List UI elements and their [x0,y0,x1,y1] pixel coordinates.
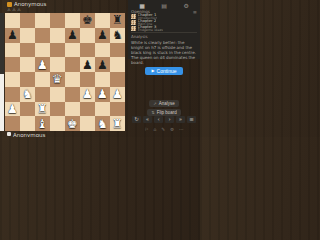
square-h6[interactable] [110,43,125,58]
square-f6[interactable] [80,43,95,58]
chess-board[interactable]: ♚♜♟♟♟♞♟♟♟♛♞♟♟♟♟♜♝♚♞♜ [5,13,125,131]
footer-toolbar: ⚐ ⌂ ✎ ⚙ ⋯ [128,127,200,132]
piece-white-king-e1[interactable]: ♚ [67,118,78,130]
square-g3[interactable]: ♟ [95,87,110,102]
piece-white-rook-c2[interactable]: ♜ [37,103,48,115]
continue-button-label: Continue [157,68,177,74]
tab-book-icon[interactable]: ▤ [161,2,167,9]
move-navigation: ↻ « ‹ › » ≡ [128,116,200,123]
square-g7[interactable]: ♟ [95,28,110,43]
square-e2[interactable] [65,102,80,117]
square-b7[interactable] [20,28,35,43]
piece-black-pawn-g7[interactable]: ♟ [97,29,108,41]
square-b8[interactable] [20,13,35,28]
piece-black-knight-h7[interactable]: ♞ [112,29,123,41]
square-h5[interactable] [110,57,125,72]
square-c2[interactable]: ♜ [35,102,50,117]
square-e4[interactable] [65,72,80,87]
edit-icon[interactable]: ✎ [161,127,165,132]
flip-icon: ⇅ [151,110,154,115]
square-f2[interactable] [80,102,95,117]
player-avatar-icon [7,132,11,136]
piece-black-pawn-a7[interactable]: ♟ [7,29,18,41]
piece-black-pawn-e7[interactable]: ♟ [67,29,78,41]
panel-tabs: ▦ ▤ ⚙ [131,1,197,9]
square-g8[interactable] [95,13,110,28]
square-b6[interactable] [20,43,35,58]
flip-board-label: Flip board [157,110,177,115]
prev-move-icon[interactable]: ‹ [154,116,163,123]
square-c4[interactable] [35,72,50,87]
square-b3[interactable]: ♞ [20,87,35,102]
square-h2[interactable] [110,102,125,117]
square-h1[interactable]: ♜ [110,116,125,131]
piece-white-pawn-h3[interactable]: ♟ [112,88,123,100]
square-g1[interactable]: ♞ [95,116,110,131]
tab-board-icon[interactable]: ▦ [139,2,145,9]
play-icon: ▶ [151,68,154,74]
square-h8[interactable]: ♜ [110,13,125,28]
square-h7[interactable]: ♞ [110,28,125,43]
square-e6[interactable] [65,43,80,58]
piece-white-pawn-g3[interactable]: ♟ [97,88,108,100]
replay-icon[interactable]: ↻ [132,116,141,123]
square-d8[interactable] [50,13,65,28]
square-b4[interactable] [20,72,35,87]
square-e7[interactable]: ♟ [65,28,80,43]
square-a3[interactable] [5,87,20,102]
square-d4[interactable]: ♛ [50,72,65,87]
square-f8[interactable]: ♚ [80,13,95,28]
list-item[interactable]: Chapter 3Endgame ideas [131,26,197,31]
square-g4[interactable] [95,72,110,87]
piece-black-pawn-f5[interactable]: ♟ [82,59,93,71]
piece-white-pawn-c5[interactable]: ♟ [37,59,48,71]
square-c7[interactable] [35,28,50,43]
first-move-icon[interactable]: « [143,116,152,123]
square-a8[interactable] [5,13,20,28]
square-b1[interactable] [20,116,35,131]
square-g6[interactable] [95,43,110,58]
square-b2[interactable] [20,102,35,117]
analysis-comment: White is clearly better: the knight on h… [131,40,197,65]
square-c1[interactable]: ♝ [35,116,50,131]
square-d6[interactable] [50,43,65,58]
bottom-player-bar: Anonymous [5,131,128,137]
flag-icon[interactable]: ⚐ [144,127,148,132]
last-move-icon[interactable]: » [176,116,185,123]
piece-white-knight-b3[interactable]: ♞ [22,88,33,100]
square-d5[interactable] [50,57,65,72]
chess-analysis-page: { "game": "chess", "position": { "fen": … [0,0,200,137]
square-e3[interactable] [65,87,80,102]
tab-settings-icon[interactable]: ⚙ [183,2,188,9]
square-a4[interactable] [5,72,20,87]
explorer-menu-icon[interactable]: ≡ [193,9,197,15]
piece-white-knight-g1[interactable]: ♞ [97,118,108,130]
player-flair-icon [7,2,12,7]
analyse-icon: ↗ [153,101,156,106]
piece-white-pawn-f3[interactable]: ♟ [82,88,93,100]
home-icon[interactable]: ⌂ [153,127,156,132]
piece-black-rook-h8[interactable]: ♜ [112,14,123,26]
action-buttons: ↗ Analyse ⇅ Flip board [128,100,200,116]
square-d3[interactable] [50,87,65,102]
square-h4[interactable] [110,72,125,87]
square-c5[interactable]: ♟ [35,57,50,72]
square-e1[interactable]: ♚ [65,116,80,131]
square-g5[interactable]: ♟ [95,57,110,72]
square-b5[interactable] [20,57,35,72]
square-f3[interactable]: ♟ [80,87,95,102]
mini-board-icon [131,20,136,25]
square-g2[interactable] [95,102,110,117]
side-panel: ▦ ▤ ⚙ Openings ≡ Chapter 1Introduction C… [128,0,200,59]
square-c8[interactable] [35,13,50,28]
next-move-icon[interactable]: › [165,116,174,123]
square-e8[interactable] [65,13,80,28]
square-h3[interactable]: ♟ [110,87,125,102]
square-a7[interactable]: ♟ [5,28,20,43]
square-c6[interactable] [35,43,50,58]
mini-board-icon [131,14,136,19]
square-f7[interactable] [80,28,95,43]
analyse-button[interactable]: ↗ Analyse [149,100,178,107]
piece-white-pawn-a2[interactable]: ♟ [7,103,18,115]
square-c3[interactable] [35,87,50,102]
square-d1[interactable] [50,116,65,131]
list-item-subtitle: Endgame ideas [138,29,163,33]
square-a6[interactable] [5,43,20,58]
comments-label: Analysis [131,34,197,39]
mini-board-icon [131,26,136,31]
bottom-player-name: Anonymous [13,132,45,137]
piece-white-rook-h1[interactable]: ♜ [112,118,123,130]
square-a2[interactable]: ♟ [5,102,20,117]
continue-button[interactable]: ▶ Continue [145,67,182,75]
eval-gauge [0,13,4,131]
piece-black-king-f8[interactable]: ♚ [82,14,93,26]
square-a1[interactable] [5,116,20,131]
square-d7[interactable] [50,28,65,43]
piece-white-bishop-c1[interactable]: ♝ [37,118,48,130]
flip-board-button[interactable]: ⇅ Flip board [147,109,180,116]
square-f5[interactable]: ♟ [80,57,95,72]
top-player-bar: Anonymous ♙♙♙ [5,0,128,13]
piece-white-queen-d4[interactable]: ♛ [52,73,63,85]
analyse-label: Analyse [159,101,175,106]
piece-black-pawn-g5[interactable]: ♟ [97,59,108,71]
square-f4[interactable] [80,72,95,87]
square-a5[interactable] [5,57,20,72]
more-icon[interactable]: ⋯ [179,127,184,132]
square-f1[interactable] [80,116,95,131]
menu-icon[interactable]: ≡ [187,116,196,123]
square-e5[interactable] [65,57,80,72]
gear-icon[interactable]: ⚙ [170,127,174,132]
square-d2[interactable] [50,102,65,117]
captured-pieces: ♙♙♙ [7,7,126,12]
